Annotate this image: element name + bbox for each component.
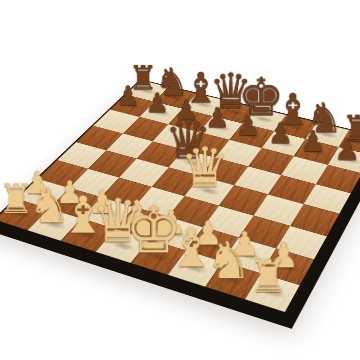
piece-shadow	[221, 107, 247, 117]
product-photo: ♜♞♝♛♚♝♞♜♟♟♟♟♟♟♟♟♛♛♟♟♟♟♟♟♟♟♜♞♝♛♚♝♞♜	[0, 0, 360, 360]
piece-shadow	[251, 114, 277, 125]
piece-shadow	[119, 101, 144, 111]
piece-shadow	[7, 207, 37, 221]
piece-shadow	[233, 247, 265, 263]
piece-shadow	[60, 196, 90, 210]
piece-shadow	[135, 86, 160, 96]
chess-board: ♜♞♝♛♚♝♞♜♟♟♟♟♟♟♟♟♛♛♟♟♟♟♟♟♟♟♜♞♝♛♚♝♞♜	[0, 79, 360, 329]
piece-shadow	[192, 100, 217, 110]
piece-shadow	[271, 259, 303, 275]
piece-shadow	[177, 115, 203, 126]
piece-shadow	[336, 154, 360, 166]
piece-shadow	[126, 216, 156, 231]
piece-shadow	[161, 226, 192, 241]
piece-shadow	[148, 108, 174, 118]
piece-shadow	[195, 184, 224, 197]
piece-shadow	[238, 130, 265, 141]
piece-shadow	[196, 237, 227, 252]
piece-shadow	[178, 157, 206, 169]
piece-shadow	[39, 217, 70, 232]
piece-shadow	[163, 93, 188, 103]
piece-shadow	[270, 138, 297, 149]
piece-shadow	[207, 123, 233, 134]
piece-shadow	[107, 238, 138, 254]
piece-shadow	[282, 121, 308, 132]
piece-shadow	[142, 249, 174, 265]
piece-shadow	[255, 284, 289, 302]
piece-shadow	[179, 260, 211, 277]
piece-shadow	[347, 137, 360, 148]
piece-shadow	[216, 272, 249, 289]
piece-shadow	[72, 228, 103, 243]
piece-shadow	[314, 129, 341, 140]
piece-shadow	[302, 146, 329, 158]
piece-shadow	[93, 206, 123, 220]
piece-shadow	[28, 187, 57, 200]
square-e3	[168, 196, 219, 227]
